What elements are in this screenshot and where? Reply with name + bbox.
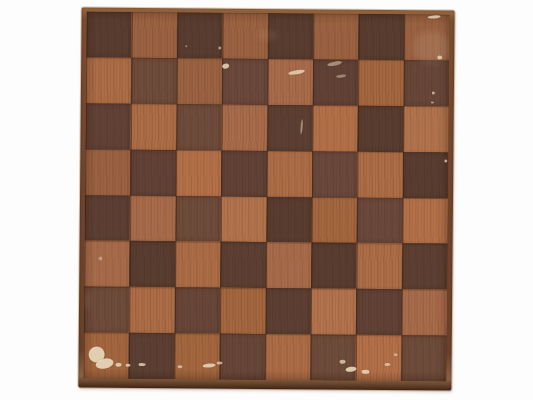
photo-background <box>0 0 533 400</box>
square-h6[interactable] <box>403 106 449 152</box>
square-h5[interactable] <box>403 152 449 198</box>
square-f4[interactable] <box>311 197 357 243</box>
square-f2[interactable] <box>311 289 357 335</box>
square-a1[interactable] <box>83 333 129 379</box>
square-c2[interactable] <box>175 287 221 333</box>
square-b6[interactable] <box>131 104 177 150</box>
square-d1[interactable] <box>220 334 266 380</box>
square-c1[interactable] <box>174 333 220 379</box>
square-h4[interactable] <box>402 198 448 244</box>
square-b1[interactable] <box>129 333 175 379</box>
square-a8[interactable] <box>86 11 132 57</box>
square-e8[interactable] <box>268 13 314 59</box>
square-g2[interactable] <box>356 289 402 335</box>
square-g5[interactable] <box>357 151 403 197</box>
square-e4[interactable] <box>266 197 312 243</box>
square-f3[interactable] <box>311 243 357 289</box>
square-f5[interactable] <box>312 151 358 197</box>
square-a4[interactable] <box>85 195 131 241</box>
square-h2[interactable] <box>401 289 447 335</box>
square-d5[interactable] <box>221 150 267 196</box>
board-surface <box>83 11 449 381</box>
square-d6[interactable] <box>222 104 268 150</box>
square-e2[interactable] <box>265 288 311 334</box>
square-b3[interactable] <box>130 241 176 287</box>
square-e1[interactable] <box>265 334 311 380</box>
board-photo <box>78 7 454 390</box>
square-c3[interactable] <box>175 242 221 288</box>
square-e6[interactable] <box>267 105 313 151</box>
square-g6[interactable] <box>358 106 404 152</box>
square-c8[interactable] <box>177 12 223 58</box>
square-g4[interactable] <box>357 197 403 243</box>
square-b8[interactable] <box>132 12 178 58</box>
square-a6[interactable] <box>85 103 131 149</box>
square-d3[interactable] <box>220 242 266 288</box>
square-a5[interactable] <box>85 149 131 195</box>
square-f8[interactable] <box>313 13 359 59</box>
square-d4[interactable] <box>221 196 267 242</box>
square-h3[interactable] <box>402 244 448 290</box>
square-g1[interactable] <box>356 335 402 381</box>
square-c4[interactable] <box>175 196 221 242</box>
square-h8[interactable] <box>404 14 450 60</box>
square-c7[interactable] <box>177 58 223 104</box>
board-frame <box>78 7 454 390</box>
square-f7[interactable] <box>313 59 359 105</box>
square-f6[interactable] <box>312 105 358 151</box>
square-e5[interactable] <box>267 151 313 197</box>
checkerboard <box>83 11 449 381</box>
square-b7[interactable] <box>131 58 177 104</box>
square-b5[interactable] <box>130 149 176 195</box>
square-d8[interactable] <box>222 13 268 59</box>
square-g8[interactable] <box>358 14 404 60</box>
square-f1[interactable] <box>310 335 356 381</box>
square-g3[interactable] <box>356 243 402 289</box>
square-h7[interactable] <box>403 60 449 106</box>
square-e7[interactable] <box>267 59 313 105</box>
square-b2[interactable] <box>129 287 175 333</box>
square-b4[interactable] <box>130 195 176 241</box>
square-c5[interactable] <box>176 150 222 196</box>
square-a7[interactable] <box>86 57 132 103</box>
square-g7[interactable] <box>358 60 404 106</box>
square-c6[interactable] <box>176 104 222 150</box>
square-a3[interactable] <box>84 241 130 287</box>
square-d2[interactable] <box>220 288 266 334</box>
square-a2[interactable] <box>84 287 130 333</box>
square-e3[interactable] <box>266 242 312 288</box>
square-d7[interactable] <box>222 58 268 104</box>
square-h1[interactable] <box>401 335 447 381</box>
